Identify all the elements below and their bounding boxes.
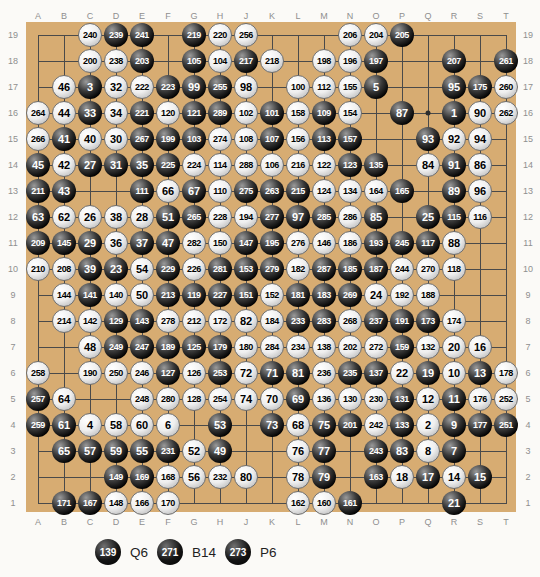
stone-white-O4: 242 bbox=[364, 413, 388, 437]
stone-white-R11: 88 bbox=[442, 231, 466, 255]
stone-white-F13: 66 bbox=[156, 179, 180, 203]
stone-white-C15: 40 bbox=[78, 127, 102, 151]
col-label-S-bottom: S bbox=[477, 517, 483, 527]
stone-black-E15: 267 bbox=[130, 127, 154, 151]
stone-black-L12: 97 bbox=[286, 205, 310, 229]
stone-white-G14: 224 bbox=[182, 153, 206, 177]
stone-white-B5: 64 bbox=[52, 387, 76, 411]
row-label-5-right: 5 bbox=[525, 394, 530, 404]
stone-white-H15: 274 bbox=[208, 127, 232, 151]
stone-white-J5: 74 bbox=[234, 387, 258, 411]
stone-white-O19: 204 bbox=[364, 23, 388, 47]
row-label-10-left: 10 bbox=[8, 264, 18, 274]
stone-black-N10: 185 bbox=[338, 257, 362, 281]
stone-black-N6: 235 bbox=[338, 361, 362, 385]
col-label-F-bottom: F bbox=[165, 517, 171, 527]
stone-white-Q5: 12 bbox=[416, 387, 440, 411]
col-label-E-bottom: E bbox=[139, 517, 145, 527]
stone-white-B17: 46 bbox=[52, 75, 76, 99]
col-label-N-bottom: N bbox=[347, 517, 354, 527]
col-label-M-top: M bbox=[320, 11, 328, 21]
stone-white-O5: 230 bbox=[364, 387, 388, 411]
stone-white-L11: 276 bbox=[286, 231, 310, 255]
stone-white-J16: 102 bbox=[234, 101, 258, 125]
stone-white-K8: 184 bbox=[260, 309, 284, 333]
stone-black-C3: 57 bbox=[78, 439, 102, 463]
row-label-11-left: 11 bbox=[8, 238, 17, 248]
stone-black-O2: 163 bbox=[364, 465, 388, 489]
stone-white-L17: 100 bbox=[286, 75, 310, 99]
stone-white-D9: 140 bbox=[104, 283, 128, 307]
stone-black-T18: 261 bbox=[494, 49, 518, 73]
stone-white-H2: 232 bbox=[208, 465, 232, 489]
stone-white-M18: 198 bbox=[312, 49, 336, 73]
stone-black-D10: 23 bbox=[104, 257, 128, 281]
stone-white-J8: 82 bbox=[234, 309, 258, 333]
stone-white-E12: 28 bbox=[130, 205, 154, 229]
stone-white-H18: 104 bbox=[208, 49, 232, 73]
col-label-L-bottom: L bbox=[295, 517, 300, 527]
stone-white-S13: 96 bbox=[468, 179, 492, 203]
stone-black-J13: 275 bbox=[234, 179, 258, 203]
stone-white-S7: 16 bbox=[468, 335, 492, 359]
row-label-9-left: 9 bbox=[10, 290, 15, 300]
caption-point-label-271: B14 bbox=[192, 545, 216, 560]
row-label-12-right: 12 bbox=[523, 212, 533, 222]
stone-white-R6: 10 bbox=[442, 361, 466, 385]
caption: 139 Q6 271 B14 273 P6 bbox=[95, 537, 277, 567]
stone-white-D15: 30 bbox=[104, 127, 128, 151]
stone-white-N7: 202 bbox=[338, 335, 362, 359]
stone-white-E10: 54 bbox=[130, 257, 154, 281]
row-label-14-left: 14 bbox=[8, 160, 18, 170]
stone-black-Q2: 17 bbox=[416, 465, 440, 489]
stone-white-M7: 138 bbox=[312, 335, 336, 359]
row-label-2-left: 2 bbox=[10, 472, 15, 482]
stone-black-A5: 257 bbox=[26, 387, 50, 411]
stone-white-L3: 76 bbox=[286, 439, 310, 463]
stone-white-B10: 208 bbox=[52, 257, 76, 281]
stone-white-S16: 90 bbox=[468, 101, 492, 125]
stone-black-K15: 107 bbox=[260, 127, 284, 151]
stone-white-F8: 278 bbox=[156, 309, 180, 333]
stone-white-R2: 14 bbox=[442, 465, 466, 489]
row-label-13-right: 13 bbox=[523, 186, 533, 196]
stone-white-C18: 200 bbox=[78, 49, 102, 73]
stone-black-D2: 149 bbox=[104, 465, 128, 489]
stone-white-T5: 252 bbox=[494, 387, 518, 411]
stone-white-A16: 264 bbox=[26, 101, 50, 125]
caption-stone-black-273: 273 bbox=[225, 539, 251, 565]
stone-white-O13: 164 bbox=[364, 179, 388, 203]
stone-black-O14: 135 bbox=[364, 153, 388, 177]
stone-white-G11: 282 bbox=[182, 231, 206, 255]
stone-black-G16: 121 bbox=[182, 101, 206, 125]
star-point-Q16 bbox=[426, 111, 431, 116]
stone-white-C7: 48 bbox=[78, 335, 102, 359]
stone-white-D17: 32 bbox=[104, 75, 128, 99]
stone-black-G13: 67 bbox=[182, 179, 206, 203]
stone-white-N5: 130 bbox=[338, 387, 362, 411]
stone-white-H5: 254 bbox=[208, 387, 232, 411]
col-label-K-top: K bbox=[269, 11, 275, 21]
stone-black-P5: 131 bbox=[390, 387, 414, 411]
stone-black-S17: 175 bbox=[468, 75, 492, 99]
stone-black-O12: 85 bbox=[364, 205, 388, 229]
stone-white-D11: 36 bbox=[104, 231, 128, 255]
stone-white-E17: 222 bbox=[130, 75, 154, 99]
stone-black-F12: 51 bbox=[156, 205, 180, 229]
stone-black-H17: 255 bbox=[208, 75, 232, 99]
stone-black-A4: 259 bbox=[26, 413, 50, 437]
stone-white-M5: 136 bbox=[312, 387, 336, 411]
row-label-7-left: 7 bbox=[10, 342, 15, 352]
stone-white-D18: 238 bbox=[104, 49, 128, 73]
stone-white-O7: 272 bbox=[364, 335, 388, 359]
stone-white-M13: 124 bbox=[312, 179, 336, 203]
stone-white-H13: 110 bbox=[208, 179, 232, 203]
stone-black-M10: 287 bbox=[312, 257, 336, 281]
stone-black-L6: 81 bbox=[286, 361, 310, 385]
stone-white-M1: 160 bbox=[312, 491, 336, 515]
stone-black-L5: 69 bbox=[286, 387, 310, 411]
stone-white-N18: 196 bbox=[338, 49, 362, 73]
stone-white-J7: 180 bbox=[234, 335, 258, 359]
stone-black-B1: 171 bbox=[52, 491, 76, 515]
stone-white-K7: 284 bbox=[260, 335, 284, 359]
stone-white-N8: 268 bbox=[338, 309, 362, 333]
stone-black-P8: 191 bbox=[390, 309, 414, 333]
col-label-G-top: G bbox=[190, 11, 197, 21]
stone-white-B12: 62 bbox=[52, 205, 76, 229]
stone-white-K14: 106 bbox=[260, 153, 284, 177]
stone-white-E6: 246 bbox=[130, 361, 154, 385]
row-label-9-right: 9 bbox=[525, 290, 530, 300]
stone-black-R5: 11 bbox=[442, 387, 466, 411]
col-label-O-top: O bbox=[372, 11, 379, 21]
col-label-E-top: E bbox=[139, 11, 145, 21]
stone-white-A15: 266 bbox=[26, 127, 50, 151]
stone-black-F10: 229 bbox=[156, 257, 180, 281]
stone-white-Q9: 188 bbox=[416, 283, 440, 307]
stone-black-O8: 237 bbox=[364, 309, 388, 333]
stone-white-R15: 92 bbox=[442, 127, 466, 151]
stone-black-J18: 217 bbox=[234, 49, 258, 73]
stone-black-C9: 141 bbox=[78, 283, 102, 307]
stone-black-K10: 279 bbox=[260, 257, 284, 281]
stone-white-N16: 154 bbox=[338, 101, 362, 125]
stone-black-O18: 197 bbox=[364, 49, 388, 73]
col-label-F-top: F bbox=[165, 11, 171, 21]
stone-black-R14: 91 bbox=[442, 153, 466, 177]
col-label-D-top: D bbox=[113, 11, 120, 21]
stone-white-L2: 78 bbox=[286, 465, 310, 489]
stone-black-H3: 49 bbox=[208, 439, 232, 463]
row-label-5-left: 5 bbox=[10, 394, 15, 404]
stone-black-R1: 21 bbox=[442, 491, 466, 515]
stone-black-B13: 43 bbox=[52, 179, 76, 203]
stone-black-E14: 35 bbox=[130, 153, 154, 177]
stone-black-N9: 269 bbox=[338, 283, 362, 307]
stone-white-K5: 70 bbox=[260, 387, 284, 411]
stone-white-H14: 114 bbox=[208, 153, 232, 177]
stone-black-R13: 89 bbox=[442, 179, 466, 203]
stone-white-L15: 156 bbox=[286, 127, 310, 151]
stone-black-F14: 225 bbox=[156, 153, 180, 177]
stone-black-M9: 183 bbox=[312, 283, 336, 307]
row-label-10-right: 10 bbox=[523, 264, 533, 274]
stone-black-P13: 165 bbox=[390, 179, 414, 203]
stone-black-C1: 167 bbox=[78, 491, 102, 515]
stone-black-S4: 177 bbox=[468, 413, 492, 437]
stone-black-E13: 111 bbox=[130, 179, 154, 203]
stone-black-F7: 189 bbox=[156, 335, 180, 359]
stone-black-O10: 187 bbox=[364, 257, 388, 281]
stone-white-D12: 38 bbox=[104, 205, 128, 229]
stone-white-N19: 206 bbox=[338, 23, 362, 47]
stone-black-D14: 31 bbox=[104, 153, 128, 177]
stone-black-K13: 263 bbox=[260, 179, 284, 203]
stone-white-S12: 116 bbox=[468, 205, 492, 229]
stone-black-A12: 63 bbox=[26, 205, 50, 229]
stone-black-G15: 103 bbox=[182, 127, 206, 151]
stone-white-Q3: 8 bbox=[416, 439, 440, 463]
stone-white-M17: 112 bbox=[312, 75, 336, 99]
row-label-18-right: 18 bbox=[523, 56, 533, 66]
stone-white-C8: 142 bbox=[78, 309, 102, 333]
stone-black-H16: 289 bbox=[208, 101, 232, 125]
stone-white-M14: 122 bbox=[312, 153, 336, 177]
stone-white-D1: 148 bbox=[104, 491, 128, 515]
col-label-N-top: N bbox=[347, 11, 354, 21]
stone-white-B16: 44 bbox=[52, 101, 76, 125]
stone-white-H12: 228 bbox=[208, 205, 232, 229]
stone-white-E9: 50 bbox=[130, 283, 154, 307]
stone-black-L8: 233 bbox=[286, 309, 310, 333]
stone-black-R3: 7 bbox=[442, 439, 466, 463]
row-label-15-left: 15 bbox=[8, 134, 18, 144]
stone-white-C6: 190 bbox=[78, 361, 102, 385]
row-label-13-left: 13 bbox=[8, 186, 18, 196]
col-label-S-top: S bbox=[477, 11, 483, 21]
row-label-11-right: 11 bbox=[523, 238, 532, 248]
stone-white-P9: 192 bbox=[390, 283, 414, 307]
stone-black-F6: 127 bbox=[156, 361, 180, 385]
col-label-C-bottom: C bbox=[87, 517, 94, 527]
stone-white-S15: 94 bbox=[468, 127, 492, 151]
row-label-12-left: 12 bbox=[8, 212, 18, 222]
stone-white-H19: 220 bbox=[208, 23, 232, 47]
stone-black-D3: 59 bbox=[104, 439, 128, 463]
stone-white-G3: 52 bbox=[182, 439, 206, 463]
stone-white-Q4: 2 bbox=[416, 413, 440, 437]
stone-white-G8: 212 bbox=[182, 309, 206, 333]
stone-black-K4: 73 bbox=[260, 413, 284, 437]
stone-white-E4: 60 bbox=[130, 413, 154, 437]
row-label-16-left: 16 bbox=[8, 108, 18, 118]
stone-black-N1: 161 bbox=[338, 491, 362, 515]
stone-white-G6: 126 bbox=[182, 361, 206, 385]
col-label-Q-bottom: Q bbox=[424, 517, 431, 527]
stone-white-F2: 168 bbox=[156, 465, 180, 489]
stone-black-L13: 215 bbox=[286, 179, 310, 203]
stone-white-J15: 108 bbox=[234, 127, 258, 151]
stone-white-B9: 144 bbox=[52, 283, 76, 307]
row-label-7-right: 7 bbox=[525, 342, 530, 352]
stone-white-P10: 244 bbox=[390, 257, 414, 281]
stone-black-M3: 77 bbox=[312, 439, 336, 463]
stone-black-C17: 3 bbox=[78, 75, 102, 99]
stone-black-H7: 179 bbox=[208, 335, 232, 359]
row-label-3-right: 3 bbox=[525, 446, 530, 456]
stone-black-D7: 249 bbox=[104, 335, 128, 359]
col-label-R-top: R bbox=[451, 11, 458, 21]
stone-black-H4: 53 bbox=[208, 413, 232, 437]
stone-black-C16: 33 bbox=[78, 101, 102, 125]
stone-black-B11: 145 bbox=[52, 231, 76, 255]
row-label-6-right: 6 bbox=[525, 368, 530, 378]
stone-white-D16: 34 bbox=[104, 101, 128, 125]
stone-white-A10: 210 bbox=[26, 257, 50, 281]
stone-black-A13: 211 bbox=[26, 179, 50, 203]
stone-black-D19: 239 bbox=[104, 23, 128, 47]
stone-white-H11: 150 bbox=[208, 231, 232, 255]
stone-white-L1: 162 bbox=[286, 491, 310, 515]
col-label-A-top: A bbox=[35, 11, 41, 21]
stone-black-Q8: 173 bbox=[416, 309, 440, 333]
stone-white-D6: 250 bbox=[104, 361, 128, 385]
caption-stone-black-139: 139 bbox=[95, 539, 121, 565]
stone-white-M11: 146 bbox=[312, 231, 336, 255]
stone-white-J12: 194 bbox=[234, 205, 258, 229]
stone-white-G2: 56 bbox=[182, 465, 206, 489]
stone-black-G12: 265 bbox=[182, 205, 206, 229]
stone-black-A14: 45 bbox=[26, 153, 50, 177]
stone-black-M16: 109 bbox=[312, 101, 336, 125]
col-label-P-top: P bbox=[399, 11, 405, 21]
stone-white-B14: 42 bbox=[52, 153, 76, 177]
stone-black-H6: 253 bbox=[208, 361, 232, 385]
stone-white-P2: 18 bbox=[390, 465, 414, 489]
stone-black-P3: 83 bbox=[390, 439, 414, 463]
stone-white-S14: 86 bbox=[468, 153, 492, 177]
stone-black-Q12: 25 bbox=[416, 205, 440, 229]
col-label-H-bottom: H bbox=[217, 517, 224, 527]
stone-black-M8: 283 bbox=[312, 309, 336, 333]
stone-white-J17: 98 bbox=[234, 75, 258, 99]
stone-black-S2: 15 bbox=[468, 465, 492, 489]
row-label-1-right: 1 bbox=[525, 498, 530, 508]
col-label-J-top: J bbox=[244, 11, 249, 21]
stone-white-J19: 256 bbox=[234, 23, 258, 47]
stone-black-T4: 251 bbox=[494, 413, 518, 437]
stone-black-E7: 247 bbox=[130, 335, 154, 359]
stone-black-G9: 119 bbox=[182, 283, 206, 307]
stone-white-B8: 214 bbox=[52, 309, 76, 333]
stone-white-C4: 4 bbox=[78, 413, 102, 437]
col-label-L-top: L bbox=[295, 11, 300, 21]
stone-black-D8: 129 bbox=[104, 309, 128, 333]
stone-black-B15: 41 bbox=[52, 127, 76, 151]
row-label-3-left: 3 bbox=[10, 446, 15, 456]
stone-white-Q14: 84 bbox=[416, 153, 440, 177]
stone-black-N14: 123 bbox=[338, 153, 362, 177]
stone-black-K12: 277 bbox=[260, 205, 284, 229]
stone-black-C10: 39 bbox=[78, 257, 102, 281]
stone-white-F16: 120 bbox=[156, 101, 180, 125]
stone-black-O17: 5 bbox=[364, 75, 388, 99]
stone-white-K9: 152 bbox=[260, 283, 284, 307]
stone-black-G18: 105 bbox=[182, 49, 206, 73]
stone-black-E16: 221 bbox=[130, 101, 154, 125]
caption-point-label-139: Q6 bbox=[130, 545, 148, 560]
stone-black-R12: 115 bbox=[442, 205, 466, 229]
stone-white-G10: 226 bbox=[182, 257, 206, 281]
row-label-16-right: 16 bbox=[523, 108, 533, 118]
stone-black-H10: 281 bbox=[208, 257, 232, 281]
col-label-T-top: T bbox=[503, 11, 509, 21]
stone-white-C12: 26 bbox=[78, 205, 102, 229]
stone-black-E8: 143 bbox=[130, 309, 154, 333]
stone-white-Q7: 132 bbox=[416, 335, 440, 359]
stone-black-O11: 193 bbox=[364, 231, 388, 255]
col-label-M-bottom: M bbox=[320, 517, 328, 527]
caption-point-label-273: P6 bbox=[260, 545, 277, 560]
stone-black-Q15: 93 bbox=[416, 127, 440, 151]
stone-white-E1: 166 bbox=[130, 491, 154, 515]
stone-white-K18: 218 bbox=[260, 49, 284, 73]
stone-black-P4: 133 bbox=[390, 413, 414, 437]
stone-black-K16: 101 bbox=[260, 101, 284, 125]
col-label-G-bottom: G bbox=[190, 517, 197, 527]
row-label-14-right: 14 bbox=[523, 160, 533, 170]
stone-black-E18: 203 bbox=[130, 49, 154, 73]
stone-black-E19: 241 bbox=[130, 23, 154, 47]
row-label-18-left: 18 bbox=[8, 56, 18, 66]
stone-black-F3: 231 bbox=[156, 439, 180, 463]
stone-white-M6: 236 bbox=[312, 361, 336, 385]
col-label-T-bottom: T bbox=[503, 517, 509, 527]
stone-white-L10: 182 bbox=[286, 257, 310, 281]
row-label-17-right: 17 bbox=[523, 82, 533, 92]
stone-white-T6: 178 bbox=[494, 361, 518, 385]
col-label-B-top: B bbox=[61, 11, 67, 21]
col-label-J-bottom: J bbox=[244, 517, 249, 527]
stone-black-J11: 147 bbox=[234, 231, 258, 255]
stone-black-N4: 201 bbox=[338, 413, 362, 437]
row-label-17-left: 17 bbox=[8, 82, 18, 92]
col-label-O-bottom: O bbox=[372, 517, 379, 527]
row-label-4-left: 4 bbox=[10, 420, 15, 430]
stone-white-F4: 6 bbox=[156, 413, 180, 437]
stone-white-J6: 72 bbox=[234, 361, 258, 385]
stone-black-P7: 159 bbox=[390, 335, 414, 359]
stone-white-J14: 288 bbox=[234, 153, 258, 177]
row-label-19-left: 19 bbox=[8, 30, 18, 40]
stone-white-D4: 58 bbox=[104, 413, 128, 437]
stone-black-N15: 157 bbox=[338, 127, 362, 151]
stone-black-O6: 137 bbox=[364, 361, 388, 385]
stone-black-P19: 205 bbox=[390, 23, 414, 47]
col-label-D-bottom: D bbox=[113, 517, 120, 527]
row-label-15-right: 15 bbox=[523, 134, 533, 144]
stone-white-R7: 20 bbox=[442, 335, 466, 359]
stone-white-L7: 234 bbox=[286, 335, 310, 359]
stone-white-G5: 128 bbox=[182, 387, 206, 411]
stone-white-P6: 22 bbox=[390, 361, 414, 385]
stone-black-E2: 169 bbox=[130, 465, 154, 489]
stone-black-H9: 227 bbox=[208, 283, 232, 307]
